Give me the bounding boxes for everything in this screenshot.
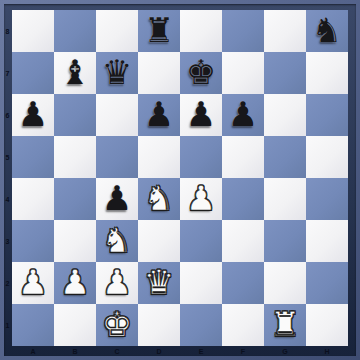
black-pawn-d6[interactable]: ♟ [144, 97, 174, 131]
black-pawn-f6[interactable]: ♟ [228, 97, 258, 131]
square-a3[interactable] [12, 220, 54, 262]
square-g8[interactable] [264, 10, 306, 52]
file-label-f: F [222, 346, 264, 356]
square-d7[interactable] [138, 52, 180, 94]
square-c1[interactable]: ♚ [96, 304, 138, 346]
square-g3[interactable] [264, 220, 306, 262]
square-g1[interactable]: ♜ [264, 304, 306, 346]
square-b4[interactable] [54, 178, 96, 220]
rank-labels: 87654321 [3, 10, 12, 346]
square-a6[interactable]: ♟ [12, 94, 54, 136]
square-a8[interactable] [12, 10, 54, 52]
square-c6[interactable] [96, 94, 138, 136]
square-f5[interactable] [222, 136, 264, 178]
black-king-e7[interactable]: ♚ [186, 55, 216, 89]
white-pawn-b2[interactable]: ♟ [60, 265, 90, 299]
black-pawn-c4[interactable]: ♟ [102, 181, 132, 215]
rank-label-8: 8 [3, 10, 12, 52]
square-e4[interactable]: ♟ [180, 178, 222, 220]
rank-label-2: 2 [3, 262, 12, 304]
square-a1[interactable] [12, 304, 54, 346]
square-h7[interactable] [306, 52, 348, 94]
file-label-g: G [264, 346, 306, 356]
file-label-h: H [306, 346, 348, 356]
file-label-c: C [96, 346, 138, 356]
square-b1[interactable] [54, 304, 96, 346]
black-pawn-e6[interactable]: ♟ [186, 97, 216, 131]
white-pawn-e4[interactable]: ♟ [186, 181, 216, 215]
rank-label-4: 4 [3, 178, 12, 220]
file-label-d: D [138, 346, 180, 356]
square-a5[interactable] [12, 136, 54, 178]
white-knight-d4[interactable]: ♞ [144, 181, 174, 215]
square-c2[interactable]: ♟ [96, 262, 138, 304]
square-d4[interactable]: ♞ [138, 178, 180, 220]
square-h1[interactable] [306, 304, 348, 346]
square-g5[interactable] [264, 136, 306, 178]
square-f7[interactable] [222, 52, 264, 94]
square-f6[interactable]: ♟ [222, 94, 264, 136]
square-h2[interactable] [306, 262, 348, 304]
square-e7[interactable]: ♚ [180, 52, 222, 94]
square-d5[interactable] [138, 136, 180, 178]
square-b6[interactable] [54, 94, 96, 136]
square-f4[interactable] [222, 178, 264, 220]
square-e2[interactable] [180, 262, 222, 304]
square-c5[interactable] [96, 136, 138, 178]
square-b7[interactable]: ♝ [54, 52, 96, 94]
board-frame: 87654321 ABCDEFGH ♜♞♝♛♚♟♟♟♟♟♞♟♞♟♟♟♛♚♜ [0, 0, 360, 360]
square-e1[interactable] [180, 304, 222, 346]
white-pawn-a2[interactable]: ♟ [18, 265, 48, 299]
square-f3[interactable] [222, 220, 264, 262]
square-b3[interactable] [54, 220, 96, 262]
square-c4[interactable]: ♟ [96, 178, 138, 220]
square-c8[interactable] [96, 10, 138, 52]
square-d8[interactable]: ♜ [138, 10, 180, 52]
square-d1[interactable] [138, 304, 180, 346]
square-h5[interactable] [306, 136, 348, 178]
black-bishop-b7[interactable]: ♝ [60, 55, 90, 89]
square-b2[interactable]: ♟ [54, 262, 96, 304]
square-h6[interactable] [306, 94, 348, 136]
square-h8[interactable]: ♞ [306, 10, 348, 52]
white-knight-c3[interactable]: ♞ [102, 223, 132, 257]
square-e8[interactable] [180, 10, 222, 52]
square-a2[interactable]: ♟ [12, 262, 54, 304]
square-h4[interactable] [306, 178, 348, 220]
rank-label-6: 6 [3, 94, 12, 136]
square-d2[interactable]: ♛ [138, 262, 180, 304]
square-g4[interactable] [264, 178, 306, 220]
square-e5[interactable] [180, 136, 222, 178]
white-pawn-c2[interactable]: ♟ [102, 265, 132, 299]
square-b5[interactable] [54, 136, 96, 178]
black-knight-h8[interactable]: ♞ [312, 13, 342, 47]
square-g6[interactable] [264, 94, 306, 136]
file-label-a: A [12, 346, 54, 356]
rank-label-7: 7 [3, 52, 12, 94]
white-king-c1[interactable]: ♚ [102, 307, 132, 341]
square-c3[interactable]: ♞ [96, 220, 138, 262]
file-label-e: E [180, 346, 222, 356]
chess-board: ♜♞♝♛♚♟♟♟♟♟♞♟♞♟♟♟♛♚♜ [12, 10, 348, 346]
file-labels: ABCDEFGH [12, 346, 348, 356]
rank-label-3: 3 [3, 220, 12, 262]
square-c7[interactable]: ♛ [96, 52, 138, 94]
white-queen-d2[interactable]: ♛ [144, 265, 174, 299]
rank-label-5: 5 [3, 136, 12, 178]
square-f8[interactable] [222, 10, 264, 52]
black-pawn-a6[interactable]: ♟ [18, 97, 48, 131]
square-g7[interactable] [264, 52, 306, 94]
square-e3[interactable] [180, 220, 222, 262]
black-rook-d8[interactable]: ♜ [144, 13, 174, 47]
square-a7[interactable] [12, 52, 54, 94]
square-g2[interactable] [264, 262, 306, 304]
white-rook-g1[interactable]: ♜ [270, 307, 300, 341]
rank-label-1: 1 [3, 304, 12, 346]
file-label-b: B [54, 346, 96, 356]
square-d3[interactable] [138, 220, 180, 262]
square-f1[interactable] [222, 304, 264, 346]
square-h3[interactable] [306, 220, 348, 262]
square-e6[interactable]: ♟ [180, 94, 222, 136]
square-b8[interactable] [54, 10, 96, 52]
square-d6[interactable]: ♟ [138, 94, 180, 136]
square-a4[interactable] [12, 178, 54, 220]
square-f2[interactable] [222, 262, 264, 304]
black-queen-c7[interactable]: ♛ [102, 55, 132, 89]
